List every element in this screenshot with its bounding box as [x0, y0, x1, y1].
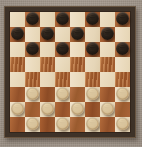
dark-man[interactable]: ⛂: [26, 42, 39, 55]
square-c8[interactable]: [40, 12, 55, 27]
square-b3[interactable]: ⛂: [25, 87, 40, 102]
dark-man[interactable]: ⛂: [56, 12, 69, 25]
square-g3[interactable]: [100, 87, 115, 102]
square-h3[interactable]: ⛂: [115, 87, 130, 102]
square-e8[interactable]: [70, 12, 85, 27]
square-e6[interactable]: [70, 42, 85, 57]
square-a4[interactable]: [10, 72, 25, 87]
light-man[interactable]: ⛂: [101, 102, 114, 115]
square-b2[interactable]: [25, 102, 40, 117]
square-a5[interactable]: [10, 57, 25, 72]
square-a2[interactable]: ⛂: [10, 102, 25, 117]
square-g1[interactable]: [100, 117, 115, 132]
square-g8[interactable]: [100, 12, 115, 27]
light-man[interactable]: ⛂: [11, 102, 24, 115]
square-f7[interactable]: [85, 27, 100, 42]
square-d2[interactable]: [55, 102, 70, 117]
checkers-board[interactable]: ⛂⛂⛂⛂⛂⛂⛂⛂⛂⛂⛂⛂⛂⛂⛂⛂⛂⛂⛂⛂⛂⛂⛂⛂: [10, 12, 130, 132]
square-h2[interactable]: [115, 102, 130, 117]
square-c5[interactable]: [40, 57, 55, 72]
dark-man[interactable]: ⛂: [116, 42, 129, 55]
dark-man[interactable]: ⛂: [86, 12, 99, 25]
square-b4[interactable]: [25, 72, 40, 87]
square-e2[interactable]: ⛂: [70, 102, 85, 117]
square-a3[interactable]: [10, 87, 25, 102]
square-a1[interactable]: [10, 117, 25, 132]
square-b6[interactable]: ⛂: [25, 42, 40, 57]
square-g2[interactable]: ⛂: [100, 102, 115, 117]
dark-man[interactable]: ⛂: [56, 42, 69, 55]
square-c1[interactable]: [40, 117, 55, 132]
dark-man[interactable]: ⛂: [116, 12, 129, 25]
square-d8[interactable]: ⛂: [55, 12, 70, 27]
square-a6[interactable]: [10, 42, 25, 57]
square-a8[interactable]: [10, 12, 25, 27]
light-man[interactable]: ⛂: [41, 102, 54, 115]
square-d5[interactable]: [55, 57, 70, 72]
square-d7[interactable]: [55, 27, 70, 42]
square-h8[interactable]: ⛂: [115, 12, 130, 27]
square-d1[interactable]: ⛂: [55, 117, 70, 132]
light-man[interactable]: ⛂: [26, 87, 39, 100]
square-b1[interactable]: ⛂: [25, 117, 40, 132]
dark-man[interactable]: ⛂: [41, 27, 54, 40]
light-man[interactable]: ⛂: [116, 117, 129, 130]
square-h6[interactable]: ⛂: [115, 42, 130, 57]
square-f3[interactable]: ⛂: [85, 87, 100, 102]
dark-man[interactable]: ⛂: [11, 27, 24, 40]
light-man[interactable]: ⛂: [71, 102, 84, 115]
dark-man[interactable]: ⛂: [71, 27, 84, 40]
square-c3[interactable]: [40, 87, 55, 102]
square-f1[interactable]: ⛂: [85, 117, 100, 132]
square-c6[interactable]: [40, 42, 55, 57]
square-b5[interactable]: [25, 57, 40, 72]
square-e4[interactable]: [70, 72, 85, 87]
square-e3[interactable]: [70, 87, 85, 102]
square-f8[interactable]: ⛂: [85, 12, 100, 27]
square-g5[interactable]: [100, 57, 115, 72]
square-b8[interactable]: ⛂: [25, 12, 40, 27]
square-d3[interactable]: ⛂: [55, 87, 70, 102]
square-c2[interactable]: ⛂: [40, 102, 55, 117]
square-h5[interactable]: [115, 57, 130, 72]
square-e7[interactable]: ⛂: [70, 27, 85, 42]
square-f6[interactable]: ⛂: [85, 42, 100, 57]
square-e1[interactable]: [70, 117, 85, 132]
square-e5[interactable]: [70, 57, 85, 72]
square-h4[interactable]: [115, 72, 130, 87]
light-man[interactable]: ⛂: [26, 117, 39, 130]
square-g6[interactable]: [100, 42, 115, 57]
square-b7[interactable]: [25, 27, 40, 42]
dark-man[interactable]: ⛂: [86, 42, 99, 55]
square-d4[interactable]: [55, 72, 70, 87]
light-man[interactable]: ⛂: [56, 87, 69, 100]
fabric-background: ⛂⛂⛂⛂⛂⛂⛂⛂⛂⛂⛂⛂⛂⛂⛂⛂⛂⛂⛂⛂⛂⛂⛂⛂: [0, 0, 142, 147]
square-c4[interactable]: [40, 72, 55, 87]
light-man[interactable]: ⛂: [56, 117, 69, 130]
square-f2[interactable]: [85, 102, 100, 117]
checkers-board-frame: ⛂⛂⛂⛂⛂⛂⛂⛂⛂⛂⛂⛂⛂⛂⛂⛂⛂⛂⛂⛂⛂⛂⛂⛂: [4, 6, 136, 138]
light-man[interactable]: ⛂: [116, 87, 129, 100]
square-f5[interactable]: [85, 57, 100, 72]
dark-man[interactable]: ⛂: [26, 12, 39, 25]
square-g7[interactable]: ⛂: [100, 27, 115, 42]
light-man[interactable]: ⛂: [86, 117, 99, 130]
square-h7[interactable]: [115, 27, 130, 42]
square-d6[interactable]: ⛂: [55, 42, 70, 57]
square-c7[interactable]: ⛂: [40, 27, 55, 42]
square-h1[interactable]: ⛂: [115, 117, 130, 132]
square-g4[interactable]: [100, 72, 115, 87]
square-f4[interactable]: [85, 72, 100, 87]
light-man[interactable]: ⛂: [86, 87, 99, 100]
square-a7[interactable]: ⛂: [10, 27, 25, 42]
dark-man[interactable]: ⛂: [101, 27, 114, 40]
